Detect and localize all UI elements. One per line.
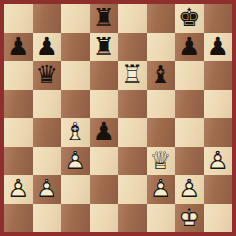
square-b8[interactable] — [33, 4, 62, 33]
square-c5[interactable] — [61, 90, 90, 119]
piece-black-king[interactable]: ♚ — [175, 4, 204, 33]
square-d6[interactable] — [90, 61, 119, 90]
square-a7[interactable]: ♟ — [4, 33, 33, 62]
square-f4[interactable] — [147, 118, 176, 147]
piece-black-rook[interactable]: ♜ — [90, 4, 119, 33]
piece-white-rook[interactable]: ♖ — [118, 61, 147, 90]
piece-white-bishop[interactable]: ♗ — [61, 118, 90, 147]
square-c6[interactable] — [61, 61, 90, 90]
square-f1[interactable] — [147, 204, 176, 233]
square-h6[interactable] — [204, 61, 233, 90]
square-g4[interactable] — [175, 118, 204, 147]
piece-white-king[interactable]: ♔ — [175, 204, 204, 233]
square-c1[interactable] — [61, 204, 90, 233]
piece-white-pawn[interactable]: ♙ — [204, 147, 233, 176]
square-d2[interactable] — [90, 175, 119, 204]
piece-black-queen[interactable]: ♛ — [33, 61, 62, 90]
square-g1[interactable]: ♚♔ — [175, 204, 204, 233]
piece-black-rook[interactable]: ♜ — [90, 33, 119, 62]
square-h2[interactable] — [204, 175, 233, 204]
square-b1[interactable] — [33, 204, 62, 233]
square-a2[interactable]: ♟♙ — [4, 175, 33, 204]
square-b3[interactable] — [33, 147, 62, 176]
square-d7[interactable]: ♜ — [90, 33, 119, 62]
square-h1[interactable] — [204, 204, 233, 233]
square-g2[interactable]: ♟♙ — [175, 175, 204, 204]
square-e6[interactable]: ♜♖ — [118, 61, 147, 90]
square-b2[interactable]: ♟♙ — [33, 175, 62, 204]
piece-white-pawn[interactable]: ♙ — [4, 175, 33, 204]
piece-white-pawn[interactable]: ♙ — [175, 175, 204, 204]
piece-white-pawn[interactable]: ♙ — [33, 175, 62, 204]
piece-black-pawn[interactable]: ♟ — [90, 118, 119, 147]
square-a5[interactable] — [4, 90, 33, 119]
square-e1[interactable] — [118, 204, 147, 233]
piece-black-pawn[interactable]: ♟ — [204, 33, 233, 62]
square-a8[interactable] — [4, 4, 33, 33]
square-f6[interactable]: ♝ — [147, 61, 176, 90]
square-c4[interactable]: ♝♗ — [61, 118, 90, 147]
square-e3[interactable] — [118, 147, 147, 176]
board-frame: ♜♚♟♟♜♟♟♛♜♖♝♝♗♟♟♙♛♕♟♙♟♙♟♙♟♙♟♙♚♔ — [0, 0, 236, 236]
square-b6[interactable]: ♛ — [33, 61, 62, 90]
square-c7[interactable] — [61, 33, 90, 62]
square-d8[interactable]: ♜ — [90, 4, 119, 33]
piece-black-pawn[interactable]: ♟ — [33, 33, 62, 62]
piece-black-pawn[interactable]: ♟ — [4, 33, 33, 62]
square-e7[interactable] — [118, 33, 147, 62]
piece-black-bishop[interactable]: ♝ — [147, 61, 176, 90]
square-c8[interactable] — [61, 4, 90, 33]
square-d1[interactable] — [90, 204, 119, 233]
square-c3[interactable]: ♟♙ — [61, 147, 90, 176]
square-h4[interactable] — [204, 118, 233, 147]
square-b7[interactable]: ♟ — [33, 33, 62, 62]
square-e5[interactable] — [118, 90, 147, 119]
square-e4[interactable] — [118, 118, 147, 147]
chess-board: ♜♚♟♟♜♟♟♛♜♖♝♝♗♟♟♙♛♕♟♙♟♙♟♙♟♙♟♙♚♔ — [4, 4, 232, 232]
square-f7[interactable] — [147, 33, 176, 62]
square-d5[interactable] — [90, 90, 119, 119]
square-g3[interactable] — [175, 147, 204, 176]
square-g7[interactable]: ♟ — [175, 33, 204, 62]
square-g5[interactable] — [175, 90, 204, 119]
piece-white-pawn[interactable]: ♙ — [61, 147, 90, 176]
square-h7[interactable]: ♟ — [204, 33, 233, 62]
square-d3[interactable] — [90, 147, 119, 176]
square-h3[interactable]: ♟♙ — [204, 147, 233, 176]
square-d4[interactable]: ♟ — [90, 118, 119, 147]
square-a4[interactable] — [4, 118, 33, 147]
square-e8[interactable] — [118, 4, 147, 33]
piece-white-queen[interactable]: ♕ — [147, 147, 176, 176]
square-c2[interactable] — [61, 175, 90, 204]
piece-black-pawn[interactable]: ♟ — [175, 33, 204, 62]
square-g6[interactable] — [175, 61, 204, 90]
square-f8[interactable] — [147, 4, 176, 33]
square-a3[interactable] — [4, 147, 33, 176]
square-h8[interactable] — [204, 4, 233, 33]
square-a6[interactable] — [4, 61, 33, 90]
square-g8[interactable]: ♚ — [175, 4, 204, 33]
piece-white-pawn[interactable]: ♙ — [147, 175, 176, 204]
square-f5[interactable] — [147, 90, 176, 119]
square-h5[interactable] — [204, 90, 233, 119]
square-b4[interactable] — [33, 118, 62, 147]
square-f3[interactable]: ♛♕ — [147, 147, 176, 176]
square-e2[interactable] — [118, 175, 147, 204]
square-f2[interactable]: ♟♙ — [147, 175, 176, 204]
square-b5[interactable] — [33, 90, 62, 119]
square-a1[interactable] — [4, 204, 33, 233]
